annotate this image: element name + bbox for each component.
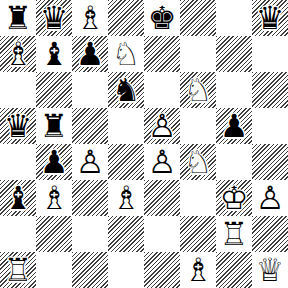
square-c1[interactable] bbox=[72, 252, 108, 288]
square-d1[interactable] bbox=[108, 252, 144, 288]
square-d5[interactable] bbox=[108, 108, 144, 144]
square-a7[interactable]: ♝♗ bbox=[0, 36, 36, 72]
square-e2[interactable] bbox=[144, 216, 180, 252]
square-c2[interactable] bbox=[72, 216, 108, 252]
square-a1[interactable]: ♜♖ bbox=[0, 252, 36, 288]
square-a3[interactable]: ♝♝ bbox=[0, 180, 36, 216]
square-e1[interactable] bbox=[144, 252, 180, 288]
square-f3[interactable] bbox=[180, 180, 216, 216]
piece-glyph: ♛ bbox=[0, 108, 36, 144]
piece-glyph: ♘ bbox=[108, 36, 144, 72]
piece-glyph: ♝ bbox=[36, 36, 72, 72]
piece-glyph: ♖ bbox=[0, 252, 36, 288]
square-d4[interactable] bbox=[108, 144, 144, 180]
square-f8[interactable] bbox=[180, 0, 216, 36]
piece-glyph: ♝ bbox=[0, 180, 36, 216]
piece-glyph: ♗ bbox=[72, 0, 108, 36]
square-h2[interactable] bbox=[252, 216, 288, 252]
piece-glyph: ♔ bbox=[216, 180, 252, 216]
square-a8[interactable]: ♜♜ bbox=[0, 0, 36, 36]
square-f1[interactable]: ♝♗ bbox=[180, 252, 216, 288]
square-e4[interactable]: ♟♙ bbox=[144, 144, 180, 180]
square-g7[interactable] bbox=[216, 36, 252, 72]
square-b2[interactable] bbox=[36, 216, 72, 252]
piece-glyph: ♛ bbox=[252, 0, 288, 36]
chess-board: ♜♜♛♛♝♗♚♚♛♛♝♗♝♝♟♟♞♘♞♞♞♘♛♛♜♜♟♙♟♟♟♟♟♙♟♙♞♘♝♝… bbox=[0, 0, 288, 288]
square-d6[interactable]: ♞♞ bbox=[108, 72, 144, 108]
square-c4[interactable]: ♟♙ bbox=[72, 144, 108, 180]
piece-glyph: ♚ bbox=[144, 0, 180, 36]
square-e3[interactable] bbox=[144, 180, 180, 216]
piece-glyph: ♜ bbox=[36, 108, 72, 144]
square-e7[interactable] bbox=[144, 36, 180, 72]
piece-glyph: ♛ bbox=[36, 0, 72, 36]
square-f5[interactable] bbox=[180, 108, 216, 144]
black-queen[interactable]: ♛♛ bbox=[252, 0, 288, 36]
square-h8[interactable]: ♛♛ bbox=[252, 0, 288, 36]
piece-glyph: ♜ bbox=[0, 0, 36, 36]
piece-glyph: ♙ bbox=[144, 144, 180, 180]
white-bishop[interactable]: ♝♗ bbox=[180, 252, 216, 288]
square-d2[interactable] bbox=[108, 216, 144, 252]
piece-glyph: ♕ bbox=[252, 252, 288, 288]
white-king[interactable]: ♚♔ bbox=[216, 180, 252, 216]
black-bishop[interactable]: ♝♝ bbox=[0, 180, 36, 216]
square-h3[interactable]: ♟♙ bbox=[252, 180, 288, 216]
piece-glyph: ♗ bbox=[108, 180, 144, 216]
square-h7[interactable] bbox=[252, 36, 288, 72]
piece-glyph: ♟ bbox=[36, 144, 72, 180]
black-rook[interactable]: ♜♜ bbox=[36, 108, 72, 144]
square-g4[interactable] bbox=[216, 144, 252, 180]
black-rook[interactable]: ♜♜ bbox=[0, 0, 36, 36]
square-c8[interactable]: ♝♗ bbox=[72, 0, 108, 36]
square-g5[interactable]: ♟♟ bbox=[216, 108, 252, 144]
square-g3[interactable]: ♚♔ bbox=[216, 180, 252, 216]
square-h5[interactable] bbox=[252, 108, 288, 144]
white-pawn[interactable]: ♟♙ bbox=[144, 108, 180, 144]
square-e6[interactable] bbox=[144, 72, 180, 108]
white-knight[interactable]: ♞♘ bbox=[108, 36, 144, 72]
square-g8[interactable] bbox=[216, 0, 252, 36]
piece-glyph: ♗ bbox=[180, 252, 216, 288]
square-g6[interactable] bbox=[216, 72, 252, 108]
square-c5[interactable] bbox=[72, 108, 108, 144]
piece-glyph: ♙ bbox=[72, 144, 108, 180]
square-h1[interactable]: ♛♕ bbox=[252, 252, 288, 288]
white-bishop[interactable]: ♝♗ bbox=[0, 36, 36, 72]
square-h6[interactable] bbox=[252, 72, 288, 108]
square-c6[interactable] bbox=[72, 72, 108, 108]
white-queen[interactable]: ♛♕ bbox=[252, 252, 288, 288]
piece-glyph: ♟ bbox=[72, 36, 108, 72]
square-a2[interactable] bbox=[0, 216, 36, 252]
square-a4[interactable] bbox=[0, 144, 36, 180]
square-c3[interactable] bbox=[72, 180, 108, 216]
piece-glyph: ♗ bbox=[36, 180, 72, 216]
black-queen[interactable]: ♛♛ bbox=[36, 0, 72, 36]
square-b4[interactable]: ♟♟ bbox=[36, 144, 72, 180]
white-rook[interactable]: ♜♖ bbox=[216, 216, 252, 252]
piece-glyph: ♗ bbox=[0, 36, 36, 72]
white-rook[interactable]: ♜♖ bbox=[0, 252, 36, 288]
piece-glyph: ♞ bbox=[108, 72, 144, 108]
square-f6[interactable]: ♞♘ bbox=[180, 72, 216, 108]
white-knight[interactable]: ♞♘ bbox=[180, 72, 216, 108]
square-b6[interactable] bbox=[36, 72, 72, 108]
square-e5[interactable]: ♟♙ bbox=[144, 108, 180, 144]
square-b7[interactable]: ♝♝ bbox=[36, 36, 72, 72]
white-bishop[interactable]: ♝♗ bbox=[108, 180, 144, 216]
piece-glyph: ♙ bbox=[144, 108, 180, 144]
square-d7[interactable]: ♞♘ bbox=[108, 36, 144, 72]
square-b1[interactable] bbox=[36, 252, 72, 288]
square-b5[interactable]: ♜♜ bbox=[36, 108, 72, 144]
square-d3[interactable]: ♝♗ bbox=[108, 180, 144, 216]
white-pawn[interactable]: ♟♙ bbox=[252, 180, 288, 216]
piece-glyph: ♘ bbox=[180, 72, 216, 108]
square-a5[interactable]: ♛♛ bbox=[0, 108, 36, 144]
square-c7[interactable]: ♟♟ bbox=[72, 36, 108, 72]
white-bishop[interactable]: ♝♗ bbox=[36, 180, 72, 216]
piece-glyph: ♙ bbox=[252, 180, 288, 216]
black-pawn[interactable]: ♟♟ bbox=[72, 36, 108, 72]
square-a6[interactable] bbox=[0, 72, 36, 108]
piece-glyph: ♖ bbox=[216, 216, 252, 252]
black-pawn[interactable]: ♟♟ bbox=[216, 108, 252, 144]
white-bishop[interactable]: ♝♗ bbox=[72, 0, 108, 36]
black-bishop[interactable]: ♝♝ bbox=[36, 36, 72, 72]
square-e8[interactable]: ♚♚ bbox=[144, 0, 180, 36]
square-b3[interactable]: ♝♗ bbox=[36, 180, 72, 216]
square-g2[interactable]: ♜♖ bbox=[216, 216, 252, 252]
white-pawn[interactable]: ♟♙ bbox=[144, 144, 180, 180]
square-f4[interactable]: ♞♘ bbox=[180, 144, 216, 180]
black-pawn[interactable]: ♟♟ bbox=[36, 144, 72, 180]
black-queen[interactable]: ♛♛ bbox=[0, 108, 36, 144]
square-g1[interactable] bbox=[216, 252, 252, 288]
square-d8[interactable] bbox=[108, 0, 144, 36]
square-f2[interactable] bbox=[180, 216, 216, 252]
square-h4[interactable] bbox=[252, 144, 288, 180]
piece-glyph: ♟ bbox=[216, 108, 252, 144]
black-knight[interactable]: ♞♞ bbox=[108, 72, 144, 108]
white-pawn[interactable]: ♟♙ bbox=[72, 144, 108, 180]
piece-glyph: ♘ bbox=[180, 144, 216, 180]
white-knight[interactable]: ♞♘ bbox=[180, 144, 216, 180]
black-king[interactable]: ♚♚ bbox=[144, 0, 180, 36]
square-b8[interactable]: ♛♛ bbox=[36, 0, 72, 36]
square-f7[interactable] bbox=[180, 36, 216, 72]
